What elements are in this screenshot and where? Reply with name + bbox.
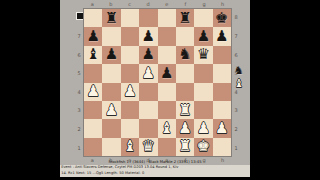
players-line: Stockfish 17 (3644) - Black Marble 2 (33…: [96, 159, 214, 163]
rank-label-6: 6: [233, 45, 239, 64]
square-e5: ♟: [158, 64, 176, 82]
square-f6: ♞: [176, 46, 194, 64]
piece-black-pawn: ♟: [142, 29, 155, 44]
square-d8: [139, 9, 157, 27]
piece-white-pawn: ♟: [178, 121, 191, 136]
square-d4: [139, 83, 157, 101]
square-d1: ♛: [139, 138, 157, 156]
piece-white-pawn: ♟: [215, 121, 228, 136]
file-label-b: b: [102, 1, 121, 7]
square-a3: [84, 101, 102, 119]
square-c2: [121, 119, 139, 137]
chess-board: ♜♜♚♟♟♟♟♝♟♟♞♛♟♟♟♟♟♜♝♟♟♟♝♛♜♚: [83, 8, 232, 157]
file-label-d: d: [139, 1, 158, 7]
rank-label-2: 2: [233, 120, 239, 139]
square-e4: [158, 83, 176, 101]
rank-label-7: 7: [76, 27, 82, 46]
rank-label-4: 4: [76, 83, 82, 102]
square-c8: [121, 9, 139, 27]
square-c4: ♟: [121, 83, 139, 101]
square-g3: [194, 101, 212, 119]
square-a2: [84, 119, 102, 137]
piece-black-pawn: ♟: [197, 29, 210, 44]
square-b8: ♜: [102, 9, 120, 27]
square-a5: [84, 64, 102, 82]
white-bishop-icon: ♝: [234, 78, 244, 89]
piece-white-pawn: ♟: [86, 84, 99, 99]
square-h6: [213, 46, 231, 64]
square-a4: ♟: [84, 83, 102, 101]
square-f1: ♜: [176, 138, 194, 156]
square-g1: ♚: [194, 138, 212, 156]
file-label-h: h: [213, 1, 232, 7]
piece-black-pawn: ♟: [86, 29, 99, 44]
piece-white-pawn: ♟: [142, 66, 155, 81]
square-f2: ♟: [176, 119, 194, 137]
square-f5: [176, 64, 194, 82]
square-d2: [139, 119, 157, 137]
piece-black-rook: ♜: [178, 11, 191, 26]
square-g7: ♟: [194, 27, 212, 45]
square-f7: [176, 27, 194, 45]
piece-black-pawn: ♟: [105, 47, 118, 62]
rank-label-1: 1: [76, 138, 82, 157]
file-labels-top: abcdefgh: [83, 1, 232, 7]
square-g4: [194, 83, 212, 101]
thumbnail-stage: abcdefgh 87654321 ♜♜♚♟♟♟♟♝♟♟♞♛♟♟♟♟♟♜♝♟♟♟…: [0, 0, 320, 180]
caption-band: Event : Anti Slavers Defense, Czytel PM …: [60, 165, 250, 177]
event-line: Event : Anti Slavers Defense, Czytel PM …: [60, 165, 174, 169]
square-e1: [158, 138, 176, 156]
file-label-f: f: [176, 1, 195, 7]
square-b7: [102, 27, 120, 45]
material-difference-tray: ♞♝: [232, 64, 246, 90]
piece-black-king: ♚: [215, 11, 228, 26]
rank-label-3: 3: [76, 101, 82, 120]
square-e6: [158, 46, 176, 64]
square-c6: [121, 46, 139, 64]
square-h8: ♚: [213, 9, 231, 27]
piece-white-queen: ♛: [142, 139, 155, 154]
square-c5: [121, 64, 139, 82]
piece-white-rook: ♜: [178, 139, 191, 154]
square-h7: ♟: [213, 27, 231, 45]
square-c3: [121, 101, 139, 119]
square-h3: [213, 101, 231, 119]
square-b1: [102, 138, 120, 156]
square-a8: [84, 9, 102, 27]
square-e8: [158, 9, 176, 27]
square-b6: ♟: [102, 46, 120, 64]
rank-labels-left: 87654321: [76, 8, 82, 157]
black-knight-icon: ♞: [234, 65, 244, 76]
piece-black-rook: ♜: [105, 11, 118, 26]
file-label-a: a: [83, 1, 102, 7]
square-e2: ♝: [158, 119, 176, 137]
piece-black-queen: ♛: [197, 47, 210, 62]
square-g5: [194, 64, 212, 82]
rank-label-1: 1: [233, 138, 239, 157]
square-e3: [158, 101, 176, 119]
square-f3: ♜: [176, 101, 194, 119]
square-d3: [139, 101, 157, 119]
square-a7: ♟: [84, 27, 102, 45]
square-a1: [84, 138, 102, 156]
bottom-black-strip: [0, 177, 320, 180]
rank-label-2: 2: [76, 120, 82, 139]
piece-white-rook: ♜: [178, 103, 191, 118]
square-f4: [176, 83, 194, 101]
piece-white-king: ♚: [197, 139, 210, 154]
piece-white-pawn: ♟: [123, 84, 136, 99]
rank-label-3: 3: [233, 101, 239, 120]
square-d7: ♟: [139, 27, 157, 45]
rank-label-7: 7: [233, 27, 239, 46]
piece-white-bishop: ♝: [160, 121, 173, 136]
piece-black-pawn: ♟: [215, 29, 228, 44]
square-g6: ♛: [194, 46, 212, 64]
board-panel: abcdefgh 87654321 ♜♜♚♟♟♟♟♝♟♟♞♛♟♟♟♟♟♜♝♟♟♟…: [60, 0, 250, 177]
rank-label-6: 6: [76, 45, 82, 64]
file-label-h: h: [213, 157, 232, 163]
square-b3: ♟: [102, 101, 120, 119]
square-h1: [213, 138, 231, 156]
square-g2: ♟: [194, 119, 212, 137]
piece-white-pawn: ♟: [105, 103, 118, 118]
file-label-e: e: [158, 1, 177, 7]
piece-black-pawn: ♟: [142, 47, 155, 62]
square-d6: ♟: [139, 46, 157, 64]
square-g8: [194, 9, 212, 27]
file-label-g: g: [195, 1, 214, 7]
square-d5: ♟: [139, 64, 157, 82]
square-c1: ♝: [121, 138, 139, 156]
piece-black-bishop: ♝: [86, 47, 99, 62]
piece-black-pawn: ♟: [160, 66, 173, 81]
move-line: 14. Rc1 Next: 15 ...Qg5 Length: 50 Mater…: [60, 171, 174, 175]
square-h2: ♟: [213, 119, 231, 137]
file-label-c: c: [120, 1, 139, 7]
rank-label-5: 5: [76, 64, 82, 83]
square-a6: ♝: [84, 46, 102, 64]
square-b5: [102, 64, 120, 82]
piece-white-pawn: ♟: [197, 121, 210, 136]
piece-white-bishop: ♝: [123, 139, 136, 154]
square-h4: [213, 83, 231, 101]
square-h5: [213, 64, 231, 82]
square-f8: ♜: [176, 9, 194, 27]
square-b2: [102, 119, 120, 137]
piece-black-knight: ♞: [178, 47, 191, 62]
rank-label-8: 8: [233, 8, 239, 27]
square-e7: [158, 27, 176, 45]
square-b4: [102, 83, 120, 101]
square-c7: [121, 27, 139, 45]
